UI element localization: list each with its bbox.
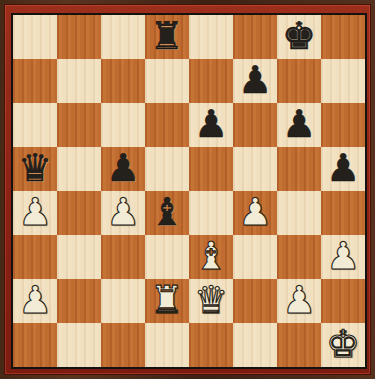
square-a6[interactable] [13,103,57,147]
square-f8[interactable] [233,15,277,59]
square-a3[interactable] [13,235,57,279]
square-a8[interactable] [13,15,57,59]
square-c5[interactable]: ♟ [101,147,145,191]
square-h5[interactable]: ♟ [321,147,365,191]
square-h3[interactable]: ♟ [321,235,365,279]
square-d1[interactable] [145,323,189,367]
square-h7[interactable] [321,59,365,103]
square-d8[interactable]: ♜ [145,15,189,59]
white-queen[interactable]: ♛ [194,281,228,319]
square-g2[interactable]: ♟ [277,279,321,323]
square-e8[interactable] [189,15,233,59]
square-d4[interactable]: ♝ [145,191,189,235]
square-a7[interactable] [13,59,57,103]
white-pawn[interactable]: ♟ [238,193,272,231]
square-h2[interactable] [321,279,365,323]
white-pawn[interactable]: ♟ [282,281,316,319]
white-pawn[interactable]: ♟ [326,237,360,275]
square-a5[interactable]: ♛ [13,147,57,191]
square-b5[interactable] [57,147,101,191]
square-h6[interactable] [321,103,365,147]
black-pawn[interactable]: ♟ [326,149,360,187]
square-c6[interactable] [101,103,145,147]
black-pawn[interactable]: ♟ [282,105,316,143]
square-c2[interactable] [101,279,145,323]
square-c3[interactable] [101,235,145,279]
square-c4[interactable]: ♟ [101,191,145,235]
square-f5[interactable] [233,147,277,191]
square-b4[interactable] [57,191,101,235]
square-c8[interactable] [101,15,145,59]
square-b1[interactable] [57,323,101,367]
black-queen[interactable]: ♛ [18,149,52,187]
square-f7[interactable]: ♟ [233,59,277,103]
black-rook[interactable]: ♜ [150,17,184,55]
square-f6[interactable] [233,103,277,147]
square-c1[interactable] [101,323,145,367]
white-bishop[interactable]: ♝ [194,237,228,275]
square-e2[interactable]: ♛ [189,279,233,323]
black-pawn[interactable]: ♟ [194,105,228,143]
square-g8[interactable]: ♚ [277,15,321,59]
square-f1[interactable] [233,323,277,367]
square-e5[interactable] [189,147,233,191]
square-g5[interactable] [277,147,321,191]
square-f4[interactable]: ♟ [233,191,277,235]
square-a4[interactable]: ♟ [13,191,57,235]
square-e1[interactable] [189,323,233,367]
square-e7[interactable] [189,59,233,103]
square-b8[interactable] [57,15,101,59]
square-g4[interactable] [277,191,321,235]
square-b7[interactable] [57,59,101,103]
black-bishop[interactable]: ♝ [150,193,184,231]
white-pawn[interactable]: ♟ [18,193,52,231]
square-e3[interactable]: ♝ [189,235,233,279]
black-king[interactable]: ♚ [282,17,316,55]
white-king[interactable]: ♚ [326,325,360,363]
square-d7[interactable] [145,59,189,103]
square-e4[interactable] [189,191,233,235]
square-f3[interactable] [233,235,277,279]
white-rook[interactable]: ♜ [150,281,184,319]
square-h1[interactable]: ♚ [321,323,365,367]
square-d5[interactable] [145,147,189,191]
square-b3[interactable] [57,235,101,279]
square-d6[interactable] [145,103,189,147]
square-c7[interactable] [101,59,145,103]
white-pawn[interactable]: ♟ [18,281,52,319]
square-g6[interactable]: ♟ [277,103,321,147]
square-b6[interactable] [57,103,101,147]
square-a2[interactable]: ♟ [13,279,57,323]
chess-board: ♜♚♟♟♟♛♟♟♟♟♝♟♝♟♟♜♛♟♚ [11,13,367,369]
square-g3[interactable] [277,235,321,279]
square-f2[interactable] [233,279,277,323]
square-e6[interactable]: ♟ [189,103,233,147]
square-h4[interactable] [321,191,365,235]
square-h8[interactable] [321,15,365,59]
black-pawn[interactable]: ♟ [238,61,272,99]
square-a1[interactable] [13,323,57,367]
square-d2[interactable]: ♜ [145,279,189,323]
white-pawn[interactable]: ♟ [106,193,140,231]
square-g1[interactable] [277,323,321,367]
black-pawn[interactable]: ♟ [106,149,140,187]
square-b2[interactable] [57,279,101,323]
square-d3[interactable] [145,235,189,279]
square-g7[interactable] [277,59,321,103]
